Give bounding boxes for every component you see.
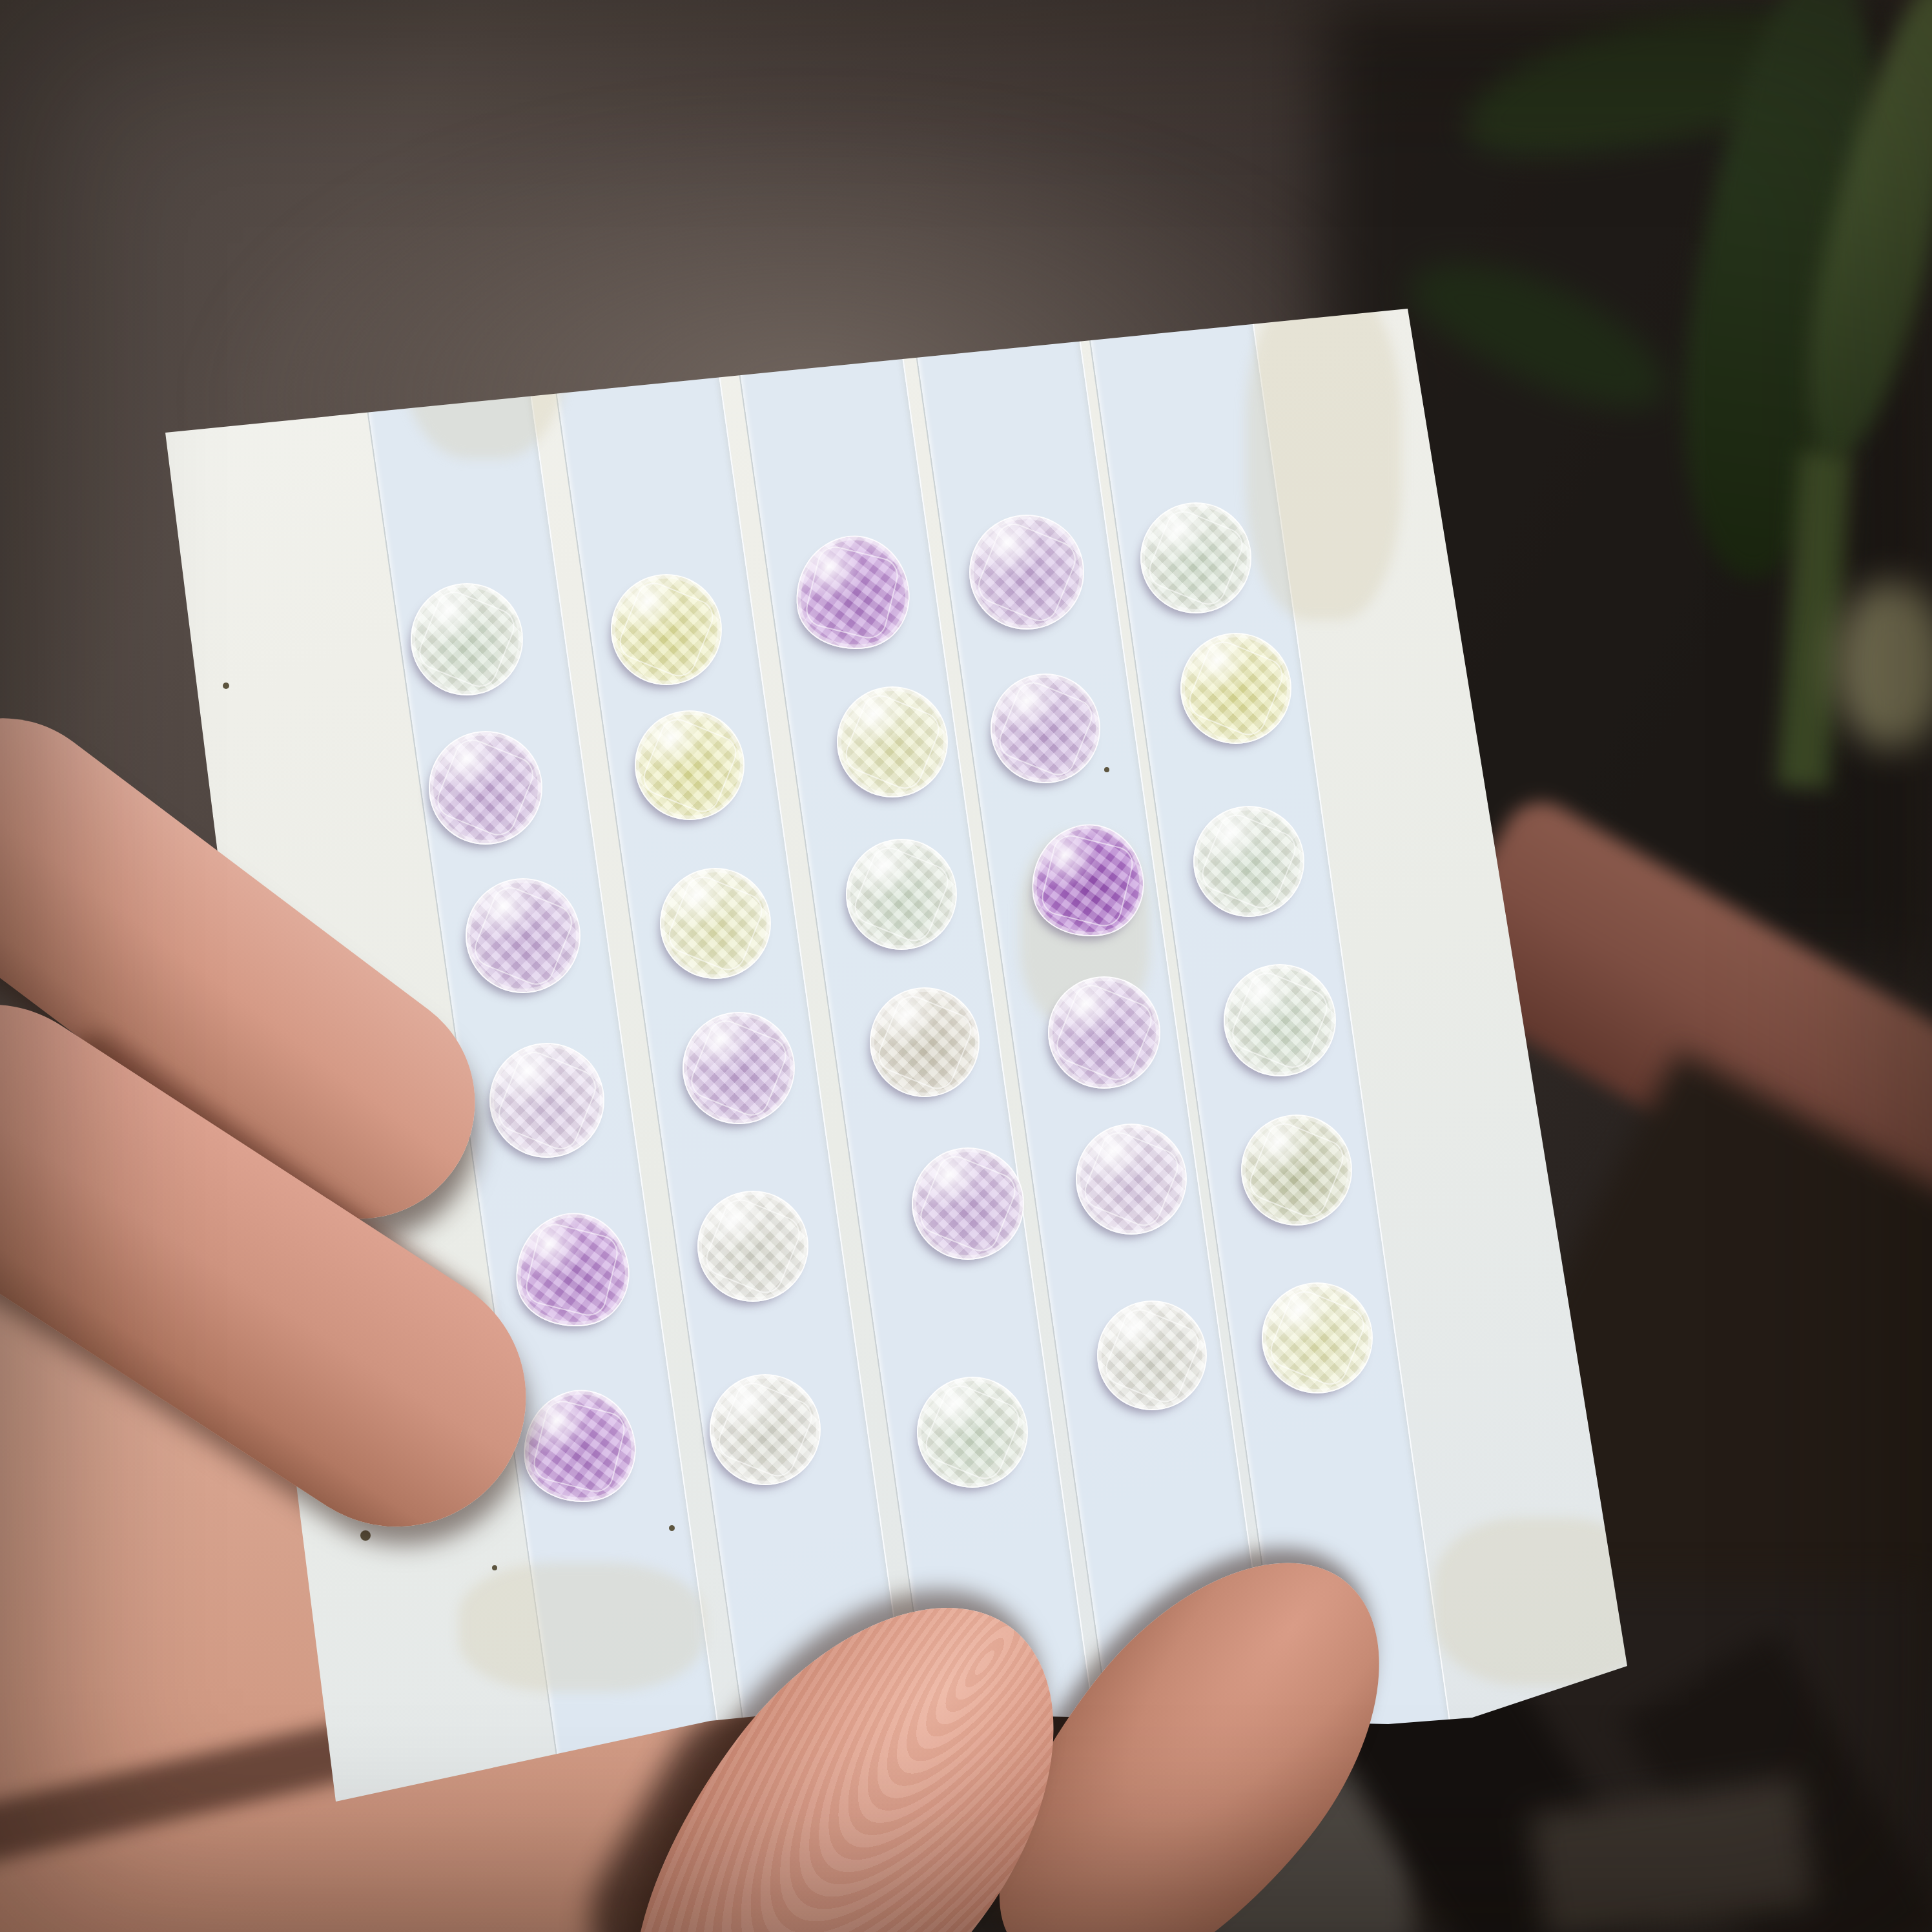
gem-r3c1-amethystLight <box>466 878 581 993</box>
glue-smudge <box>1246 284 1401 620</box>
gem-r3c2-lemonPale <box>660 868 771 979</box>
gem-r3c5-green <box>1193 806 1304 917</box>
gem-r3c3-green <box>846 839 957 950</box>
gem-r2c5-lemon <box>1180 633 1291 744</box>
gem-r5c2-clear <box>697 1191 808 1302</box>
gem-r2c2-lemon <box>635 710 745 820</box>
gem-r4c2-amethystLight <box>683 1012 795 1124</box>
dust-speck <box>360 1530 371 1541</box>
gem-r5c5-greenSmoky <box>1241 1115 1352 1226</box>
gem-r1c2-lemon <box>611 574 722 685</box>
gem-r4c3-smoky <box>870 987 980 1097</box>
dust-speck <box>492 1565 497 1570</box>
gem-r1c5-green <box>1140 502 1251 613</box>
gem-r2c3-lemonPale <box>837 686 948 797</box>
glue-smudge <box>458 1563 704 1692</box>
photo-gemstone-card <box>0 0 1932 1932</box>
gem-r4c4-amethystLight <box>1048 976 1160 1089</box>
gem-r6c3-green <box>917 1377 1028 1488</box>
dust-speck <box>223 683 229 689</box>
gem-r6c4-clear <box>1097 1300 1207 1410</box>
gem-r1c1-green <box>411 583 523 695</box>
gem-r5c3-amethystLight <box>912 1147 1024 1260</box>
gem-r6c2-clear <box>710 1374 821 1485</box>
gem-r1c4-amethystLight <box>969 515 1084 630</box>
gem-r4c5-green <box>1224 964 1336 1076</box>
dust-speck <box>1104 767 1109 772</box>
gem-r4c1-amethystPale <box>489 1043 604 1158</box>
gem-r6c5-lemonPale <box>1262 1282 1373 1393</box>
gem-r2c1-amethystLight <box>429 731 542 845</box>
dust-speck <box>669 1525 675 1531</box>
gem-r5c4-amethystPale <box>1076 1124 1187 1235</box>
gem-r2c4-amethystLight <box>991 673 1100 783</box>
